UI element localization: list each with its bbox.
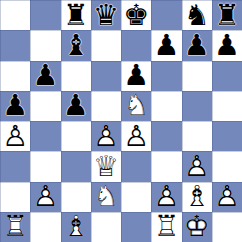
black-pawn[interactable]: ♟ (151, 30, 181, 60)
piece-glyph: ♟ (182, 30, 212, 60)
piece-glyph: ♛ (91, 0, 121, 30)
square-e7[interactable] (121, 30, 151, 60)
square-a5[interactable]: ♟ (0, 91, 30, 121)
square-b1[interactable] (30, 212, 60, 242)
piece-outline-layer: ♙ (151, 182, 181, 212)
black-pawn[interactable]: ♟ (182, 30, 212, 60)
square-b3[interactable] (30, 151, 60, 181)
square-d8[interactable]: ♛ (91, 0, 121, 30)
square-c3[interactable] (61, 151, 91, 181)
black-king[interactable]: ♚ (121, 0, 151, 30)
black-pawn[interactable]: ♟ (30, 61, 60, 91)
square-a1[interactable]: ♜♖ (0, 212, 30, 242)
square-e8[interactable]: ♚ (121, 0, 151, 30)
square-d2[interactable]: ♞♘ (91, 182, 121, 212)
piece-glyph: ♝ (61, 30, 91, 60)
square-d1[interactable] (91, 212, 121, 242)
piece-outline-layer: ♙ (30, 182, 60, 212)
square-c1[interactable]: ♝♗ (61, 212, 91, 242)
square-a6[interactable] (0, 61, 30, 91)
square-b7[interactable] (30, 30, 60, 60)
black-rook[interactable]: ♜ (61, 0, 91, 30)
piece-outline-layer: ♖ (151, 212, 181, 242)
white-pawn[interactable]: ♟♙ (151, 182, 181, 212)
piece-glyph: ♟ (30, 61, 60, 91)
piece-outline-layer: ♙ (182, 151, 212, 181)
piece-outline-layer: ♙ (212, 182, 242, 212)
chess-board: ♜♛♚♞♜♝♟♟♟♟♟♟♟♞♘♟♙♟♙♟♙♛♕♟♙♟♙♞♘♟♙♝♗♟♙♜♖♝♗♜… (0, 0, 242, 242)
white-pawn[interactable]: ♟♙ (0, 121, 30, 151)
square-g2[interactable]: ♝♗ (182, 182, 212, 212)
square-g5[interactable] (182, 91, 212, 121)
square-c5[interactable]: ♟ (61, 91, 91, 121)
black-knight[interactable]: ♞ (182, 0, 212, 30)
black-rook[interactable]: ♜ (212, 0, 242, 30)
square-h7[interactable]: ♟ (212, 30, 242, 60)
piece-outline-layer: ♘ (91, 182, 121, 212)
white-pawn[interactable]: ♟♙ (212, 182, 242, 212)
white-rook[interactable]: ♜♖ (0, 212, 30, 242)
square-e2[interactable] (121, 182, 151, 212)
white-knight[interactable]: ♞♘ (121, 91, 151, 121)
square-f6[interactable] (151, 61, 181, 91)
piece-outline-layer: ♕ (91, 151, 121, 181)
square-f5[interactable] (151, 91, 181, 121)
square-e4[interactable]: ♟♙ (121, 121, 151, 151)
square-a2[interactable] (0, 182, 30, 212)
piece-glyph: ♚ (121, 0, 151, 30)
square-h6[interactable] (212, 61, 242, 91)
piece-glyph: ♟ (0, 91, 30, 121)
square-c2[interactable] (61, 182, 91, 212)
square-a8[interactable] (0, 0, 30, 30)
square-h1[interactable] (212, 212, 242, 242)
square-f7[interactable]: ♟ (151, 30, 181, 60)
piece-outline-layer: ♗ (182, 182, 212, 212)
square-d7[interactable] (91, 30, 121, 60)
white-pawn[interactable]: ♟♙ (121, 121, 151, 151)
piece-glyph: ♟ (61, 91, 91, 121)
square-e5[interactable]: ♞♘ (121, 91, 151, 121)
square-h5[interactable] (212, 91, 242, 121)
piece-outline-layer: ♙ (121, 121, 151, 151)
square-f3[interactable] (151, 151, 181, 181)
square-d5[interactable] (91, 91, 121, 121)
black-queen[interactable]: ♛ (91, 0, 121, 30)
black-pawn[interactable]: ♟ (0, 91, 30, 121)
piece-outline-layer: ♔ (182, 212, 212, 242)
square-b8[interactable] (30, 0, 60, 30)
square-a3[interactable] (0, 151, 30, 181)
square-f2[interactable]: ♟♙ (151, 182, 181, 212)
white-pawn[interactable]: ♟♙ (91, 121, 121, 151)
white-rook[interactable]: ♜♖ (151, 212, 181, 242)
black-bishop[interactable]: ♝ (61, 30, 91, 60)
piece-outline-layer: ♘ (121, 91, 151, 121)
square-b4[interactable] (30, 121, 60, 151)
square-b5[interactable] (30, 91, 60, 121)
piece-outline-layer: ♖ (0, 212, 30, 242)
square-c7[interactable]: ♝ (61, 30, 91, 60)
black-pawn[interactable]: ♟ (212, 30, 242, 60)
square-g1[interactable]: ♚♔ (182, 212, 212, 242)
square-f1[interactable]: ♜♖ (151, 212, 181, 242)
white-king[interactable]: ♚♔ (182, 212, 212, 242)
piece-glyph: ♟ (151, 30, 181, 60)
square-h3[interactable] (212, 151, 242, 181)
piece-glyph: ♜ (212, 0, 242, 30)
square-h2[interactable]: ♟♙ (212, 182, 242, 212)
square-d3[interactable]: ♛♕ (91, 151, 121, 181)
square-c4[interactable] (61, 121, 91, 151)
square-g3[interactable]: ♟♙ (182, 151, 212, 181)
square-d6[interactable] (91, 61, 121, 91)
white-bishop[interactable]: ♝♗ (61, 212, 91, 242)
white-pawn[interactable]: ♟♙ (30, 182, 60, 212)
piece-outline-layer: ♙ (91, 121, 121, 151)
square-e6[interactable]: ♟ (121, 61, 151, 91)
square-g8[interactable]: ♞ (182, 0, 212, 30)
square-e3[interactable] (121, 151, 151, 181)
square-d4[interactable]: ♟♙ (91, 121, 121, 151)
piece-glyph: ♟ (121, 61, 151, 91)
square-b2[interactable]: ♟♙ (30, 182, 60, 212)
square-a4[interactable]: ♟♙ (0, 121, 30, 151)
square-e1[interactable] (121, 212, 151, 242)
piece-glyph: ♜ (61, 0, 91, 30)
square-h4[interactable] (212, 121, 242, 151)
square-g7[interactable]: ♟ (182, 30, 212, 60)
square-f8[interactable] (151, 0, 181, 30)
white-knight[interactable]: ♞♘ (91, 182, 121, 212)
white-bishop[interactable]: ♝♗ (182, 182, 212, 212)
black-pawn[interactable]: ♟ (121, 61, 151, 91)
square-h8[interactable]: ♜ (212, 0, 242, 30)
white-queen[interactable]: ♛♕ (91, 151, 121, 181)
piece-glyph: ♟ (212, 30, 242, 60)
square-b6[interactable]: ♟ (30, 61, 60, 91)
black-pawn[interactable]: ♟ (61, 91, 91, 121)
white-pawn[interactable]: ♟♙ (182, 151, 212, 181)
square-c8[interactable]: ♜ (61, 0, 91, 30)
piece-outline-layer: ♙ (0, 121, 30, 151)
square-f4[interactable] (151, 121, 181, 151)
square-c6[interactable] (61, 61, 91, 91)
square-g4[interactable] (182, 121, 212, 151)
square-a7[interactable] (0, 30, 30, 60)
piece-glyph: ♞ (182, 0, 212, 30)
piece-outline-layer: ♗ (61, 212, 91, 242)
square-g6[interactable] (182, 61, 212, 91)
